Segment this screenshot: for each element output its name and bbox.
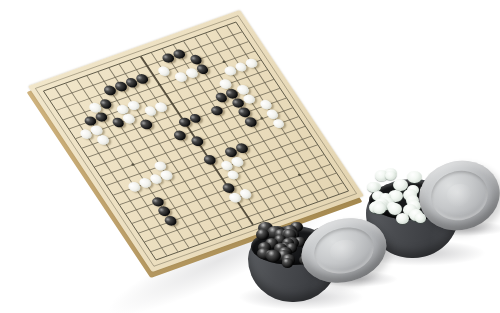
black-stone[interactable] (138, 118, 154, 130)
go-set-photo (0, 0, 500, 313)
white-stone[interactable] (156, 65, 172, 77)
bowl-white-stone (373, 203, 386, 214)
black-stone[interactable] (243, 116, 259, 128)
bowl-white-stone (385, 171, 396, 180)
white-stone[interactable] (225, 169, 241, 181)
white-stone[interactable] (271, 117, 287, 129)
white-stone[interactable] (95, 134, 111, 146)
black-stone[interactable] (202, 154, 218, 166)
bowl-black-stone (266, 250, 280, 262)
black-stone[interactable] (163, 215, 179, 227)
black-stone[interactable] (209, 105, 225, 117)
bowl-white-stone (407, 171, 422, 183)
black-stone[interactable] (172, 129, 188, 141)
black-stone[interactable] (189, 135, 205, 147)
bowl-white-stone (396, 213, 409, 224)
